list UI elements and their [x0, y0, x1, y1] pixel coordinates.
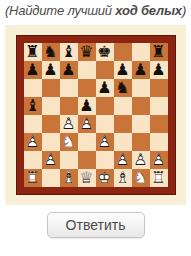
square-a3: ♟♙ [24, 133, 42, 151]
square-a2 [24, 151, 42, 169]
white-bishop-f1: ♗ [114, 169, 132, 187]
puzzle-prompt: (Найдите лучший ход белых) [0, 3, 191, 18]
black-pawn-g7: ♟ [132, 61, 150, 79]
square-h7: ♟ [150, 61, 168, 79]
square-d2 [78, 151, 96, 169]
square-h1: ♜♖ [150, 169, 168, 187]
square-e5 [96, 97, 114, 115]
white-knight-g1-fill: ♞ [132, 169, 150, 187]
square-g1: ♞♘ [132, 169, 150, 187]
black-rook-a8: ♜ [24, 43, 42, 61]
black-pawn-d5: ♟ [78, 97, 96, 115]
square-d8: ♛ [78, 43, 96, 61]
square-b3 [42, 133, 60, 151]
square-c1: ♝♗ [60, 169, 78, 187]
square-h5 [150, 97, 168, 115]
square-b4 [42, 115, 60, 133]
square-a4 [24, 115, 42, 133]
white-rook-h1: ♖ [150, 169, 168, 187]
black-pawn-c7: ♟ [60, 61, 78, 79]
square-g3 [132, 133, 150, 151]
white-king-e1-fill: ♚ [96, 169, 114, 187]
white-knight-c3-fill: ♞ [60, 133, 78, 151]
black-king-e8: ♚ [96, 43, 114, 61]
square-b5 [42, 97, 60, 115]
black-queen-d8: ♛ [78, 43, 96, 61]
white-rook-a1: ♖ [24, 169, 42, 187]
square-c4: ♟♙ [60, 115, 78, 133]
square-d7 [78, 61, 96, 79]
white-king-e1: ♔ [96, 169, 114, 187]
square-c5 [60, 97, 78, 115]
black-pawn-h7: ♟ [150, 61, 168, 79]
square-g8 [132, 43, 150, 61]
square-f7: ♟ [114, 61, 132, 79]
square-f2: ♟♙ [114, 151, 132, 169]
white-pawn-h2-fill: ♟ [150, 151, 168, 169]
black-bishop-c8: ♝ [60, 43, 78, 61]
square-g2: ♟♙ [132, 151, 150, 169]
square-e7 [96, 61, 114, 79]
white-pawn-c4: ♙ [60, 115, 78, 133]
white-knight-g1: ♘ [132, 169, 150, 187]
square-d1: ♛♕ [78, 169, 96, 187]
chess-board: ♜♞♝♛♚♜♟♟♟♟♟♟♟♞♝♟♟♙♟♙♟♙♞♘♟♙♟♙♟♙♟♙♟♙♜♖♝♗♛♕… [17, 36, 175, 194]
square-f1: ♝♗ [114, 169, 132, 187]
square-h3 [150, 133, 168, 151]
black-pawn-e6: ♟ [96, 79, 114, 97]
square-d5: ♟ [78, 97, 96, 115]
white-pawn-c4-fill: ♟ [60, 115, 78, 133]
white-pawn-f2-fill: ♟ [114, 151, 132, 169]
square-a1: ♜♖ [24, 169, 42, 187]
square-d3 [78, 133, 96, 151]
square-b8: ♞ [42, 43, 60, 61]
black-knight-b8: ♞ [42, 43, 60, 61]
square-e1: ♚♔ [96, 169, 114, 187]
white-pawn-a3: ♙ [24, 133, 42, 151]
square-c8: ♝ [60, 43, 78, 61]
square-e6: ♟ [96, 79, 114, 97]
square-a5: ♝ [24, 97, 42, 115]
square-c7: ♟ [60, 61, 78, 79]
black-pawn-a7: ♟ [24, 61, 42, 79]
square-d4: ♟♙ [78, 115, 96, 133]
square-f8 [114, 43, 132, 61]
square-b7: ♟ [42, 61, 60, 79]
black-pawn-f7: ♟ [114, 61, 132, 79]
prompt-prefix: (Найдите лучший [5, 3, 115, 18]
prompt-bold-side-to-move: ход белых [115, 3, 182, 18]
button-row: Ответить [0, 212, 191, 238]
white-bishop-f1-fill: ♝ [114, 169, 132, 187]
square-e3: ♟♙ [96, 133, 114, 151]
square-h6 [150, 79, 168, 97]
square-h4 [150, 115, 168, 133]
square-b6 [42, 79, 60, 97]
white-rook-a1-fill: ♜ [24, 169, 42, 187]
square-h8: ♜ [150, 43, 168, 61]
white-bishop-c1-fill: ♝ [60, 169, 78, 187]
square-f3 [114, 133, 132, 151]
white-pawn-e3-fill: ♟ [96, 133, 114, 151]
black-bishop-a5: ♝ [24, 97, 42, 115]
white-pawn-e3: ♙ [96, 133, 114, 151]
square-e4 [96, 115, 114, 133]
white-pawn-d4: ♙ [78, 115, 96, 133]
answer-button[interactable]: Ответить [47, 212, 145, 238]
square-c3: ♞♘ [60, 133, 78, 151]
square-a6 [24, 79, 42, 97]
white-pawn-b2: ♙ [42, 151, 60, 169]
square-c6 [60, 79, 78, 97]
prompt-suffix: ) [182, 3, 186, 18]
square-g6 [132, 79, 150, 97]
square-b1 [42, 169, 60, 187]
white-bishop-c1: ♗ [60, 169, 78, 187]
square-g5 [132, 97, 150, 115]
white-pawn-f2: ♙ [114, 151, 132, 169]
square-g4 [132, 115, 150, 133]
white-knight-c3: ♘ [60, 133, 78, 151]
white-pawn-a3-fill: ♟ [24, 133, 42, 151]
square-g7: ♟ [132, 61, 150, 79]
square-f5 [114, 97, 132, 115]
square-e8: ♚ [96, 43, 114, 61]
board-panel: ♜♞♝♛♚♜♟♟♟♟♟♟♟♞♝♟♟♙♟♙♟♙♞♘♟♙♟♙♟♙♟♙♟♙♜♖♝♗♛♕… [5, 25, 186, 205]
white-pawn-b2-fill: ♟ [42, 151, 60, 169]
black-pawn-b7: ♟ [42, 61, 60, 79]
square-a7: ♟ [24, 61, 42, 79]
square-c2 [60, 151, 78, 169]
square-e2 [96, 151, 114, 169]
black-knight-f6: ♞ [114, 79, 132, 97]
white-queen-d1: ♕ [78, 169, 96, 187]
square-a8: ♜ [24, 43, 42, 61]
square-f6: ♞ [114, 79, 132, 97]
black-rook-h8: ♜ [150, 43, 168, 61]
square-h2: ♟♙ [150, 151, 168, 169]
square-d6 [78, 79, 96, 97]
white-pawn-g2: ♙ [132, 151, 150, 169]
square-b2: ♟♙ [42, 151, 60, 169]
white-pawn-d4-fill: ♟ [78, 115, 96, 133]
white-pawn-h2: ♙ [150, 151, 168, 169]
white-rook-h1-fill: ♜ [150, 169, 168, 187]
white-queen-d1-fill: ♛ [78, 169, 96, 187]
square-f4 [114, 115, 132, 133]
chess-puzzle-page: (Найдите лучший ход белых) ♜♞♝♛♚♜♟♟♟♟♟♟♟… [0, 3, 191, 238]
white-pawn-g2-fill: ♟ [132, 151, 150, 169]
